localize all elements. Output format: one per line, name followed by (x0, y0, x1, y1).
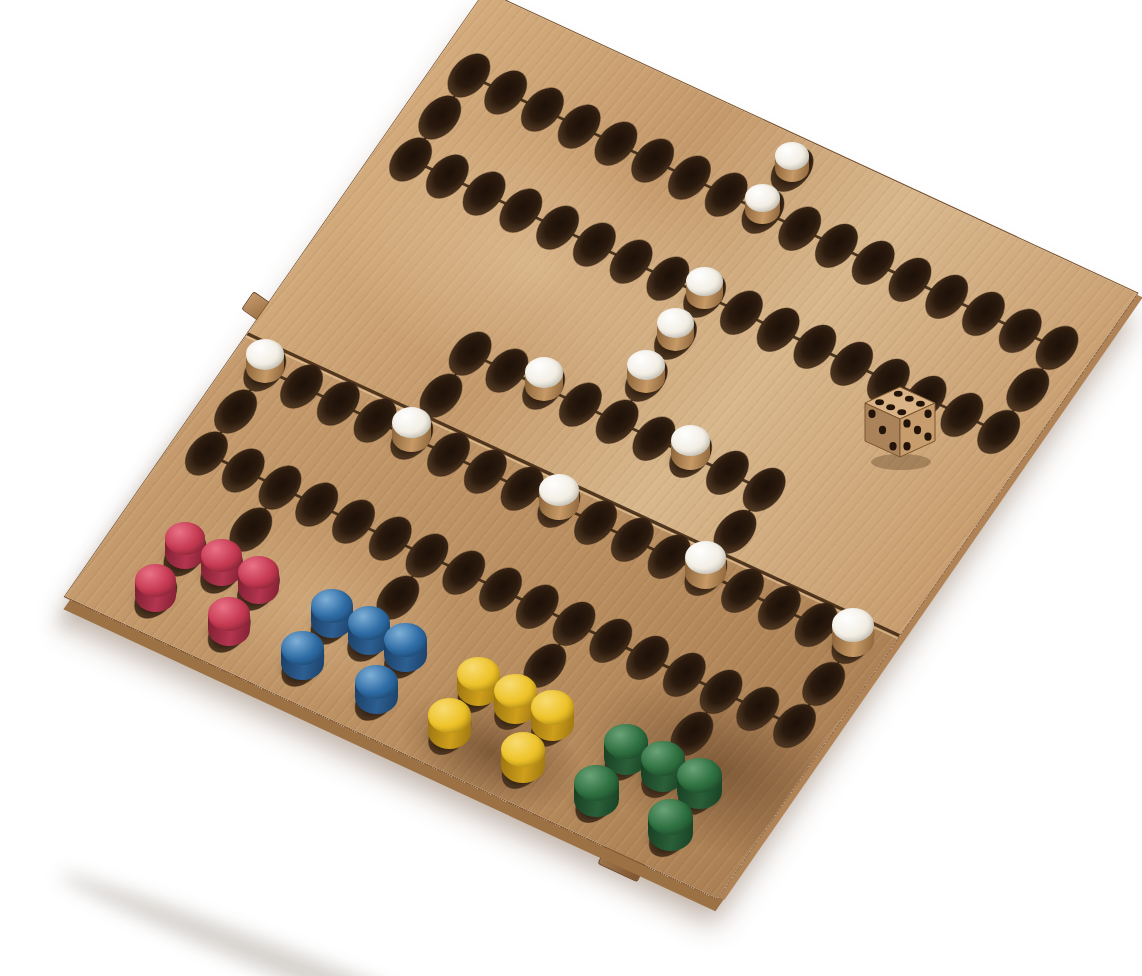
peg-cap (775, 142, 809, 170)
die-pip (903, 442, 910, 450)
scene: Barricade (Malefiz) - wooden folding tra… (0, 0, 1142, 976)
die-pip (875, 399, 884, 405)
peg-red-r12-c4[interactable] (208, 597, 250, 646)
peg-white-goal-c9[interactable] (775, 142, 809, 182)
peg-cap (238, 556, 279, 589)
peg-white-r5-c7[interactable] (525, 357, 563, 401)
peg-cap (428, 698, 472, 733)
peg-cap (745, 184, 780, 212)
peg-white-r1-c9[interactable] (745, 184, 780, 225)
peg-red-r12-c2[interactable] (135, 564, 176, 612)
peg-white-r4b-c9[interactable] (627, 350, 665, 394)
die-pip (903, 419, 910, 427)
die-pip (905, 396, 914, 402)
peg-green-r12-c14[interactable] (574, 765, 619, 817)
peg-green-r12-c16[interactable] (648, 799, 693, 851)
peg-white-r7-c9[interactable] (539, 474, 579, 520)
die-pip (924, 410, 931, 418)
die-pip (924, 432, 931, 440)
peg-cap (135, 564, 176, 597)
peg-cap (574, 765, 619, 801)
peg-white-r7-c17[interactable] (832, 608, 874, 657)
peg-cap (311, 589, 353, 622)
peg-white-r7-c13[interactable] (685, 541, 726, 589)
peg-cap (671, 425, 710, 456)
die-pip (889, 442, 896, 450)
die-pip (897, 409, 906, 415)
peg-cap (246, 339, 284, 369)
peg-white-r5-c11[interactable] (671, 425, 710, 470)
peg-red-r11-c3[interactable] (201, 539, 242, 586)
peg-cap (648, 799, 693, 835)
peg-white-r4-c9[interactable] (657, 308, 694, 351)
die-pip (894, 391, 903, 397)
peg-cap (627, 350, 665, 380)
peg-red-r11-c2[interactable] (165, 522, 206, 569)
peg-cap (531, 690, 574, 725)
peg-cap (355, 665, 398, 699)
peg-white-r3-c9[interactable] (686, 267, 722, 309)
die-pip (914, 426, 921, 434)
peg-cap (384, 623, 426, 657)
peg-cap (165, 522, 206, 555)
peg-cap (832, 608, 874, 642)
peg-cap (501, 732, 545, 767)
peg-cap (685, 541, 726, 574)
peg-white-r7-c5[interactable] (392, 407, 431, 452)
die-pip (879, 426, 886, 434)
die-pip (886, 404, 895, 410)
peg-cap (281, 631, 323, 665)
peg-cap (208, 597, 250, 631)
peg-white-r7-c1[interactable] (246, 339, 284, 383)
die-pip (916, 401, 925, 407)
peg-cap (392, 407, 431, 438)
peg-cap (201, 539, 242, 572)
peg-cap (525, 357, 563, 387)
die[interactable] (862, 384, 940, 472)
die-pip (868, 410, 875, 418)
peg-cap (686, 267, 722, 296)
peg-cap (539, 474, 579, 506)
peg-cap (677, 758, 722, 794)
pegs-layer (0, 0, 1142, 976)
peg-blue-r12-c6[interactable] (281, 631, 323, 680)
peg-yellow-r12-c10[interactable] (428, 698, 472, 749)
peg-cap (657, 308, 694, 338)
peg-yellow-r12-c12[interactable] (501, 732, 545, 783)
peg-blue-r12-c8[interactable] (355, 665, 398, 715)
